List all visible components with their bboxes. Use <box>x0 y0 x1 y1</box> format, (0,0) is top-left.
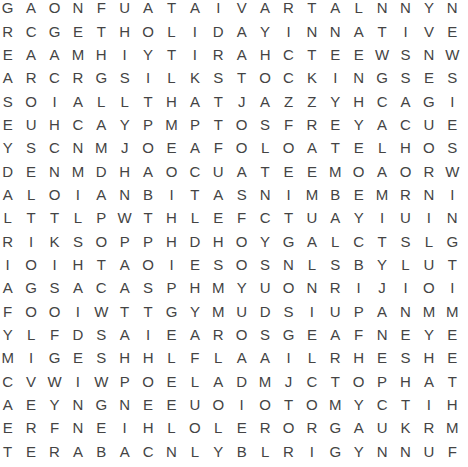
grid-cell-r14c12[interactable]: D <box>253 300 276 323</box>
grid-cell-r14c15[interactable]: U <box>324 300 347 323</box>
grid-cell-r7c4[interactable]: N <box>66 136 89 159</box>
grid-cell-r14c8[interactable]: G <box>160 300 183 323</box>
grid-cell-r2c3[interactable]: G <box>43 19 66 42</box>
grid-cell-r6c15[interactable]: E <box>324 113 347 136</box>
grid-cell-r14c2[interactable]: O <box>19 300 42 323</box>
grid-cell-r10c5[interactable]: P <box>90 206 113 229</box>
grid-cell-r9c16[interactable]: E <box>347 183 370 206</box>
grid-cell-r13c3[interactable]: S <box>43 276 66 299</box>
grid-cell-r1c7[interactable]: A <box>136 0 159 19</box>
grid-cell-r2c15[interactable]: N <box>324 19 347 42</box>
grid-cell-r9c8[interactable]: I <box>160 183 183 206</box>
grid-cell-r4c20[interactable]: S <box>441 66 464 89</box>
grid-cell-r1c6[interactable]: U <box>113 0 136 19</box>
grid-cell-r19c6[interactable]: I <box>113 416 136 439</box>
grid-cell-r7c16[interactable]: E <box>347 136 370 159</box>
grid-cell-r9c9[interactable]: T <box>183 183 206 206</box>
grid-cell-r7c19[interactable]: O <box>417 136 440 159</box>
grid-cell-r16c7[interactable]: H <box>136 346 159 369</box>
grid-cell-r5c14[interactable]: Z <box>300 89 323 112</box>
grid-cell-r5c16[interactable]: H <box>347 89 370 112</box>
grid-cell-r4c4[interactable]: R <box>66 66 89 89</box>
grid-cell-r19c19[interactable]: R <box>417 416 440 439</box>
grid-cell-r16c1[interactable]: M <box>0 346 19 369</box>
grid-cell-r19c9[interactable]: O <box>183 416 206 439</box>
grid-cell-r19c5[interactable]: E <box>90 416 113 439</box>
grid-cell-r15c11[interactable]: O <box>230 323 253 346</box>
grid-cell-r14c10[interactable]: M <box>207 300 230 323</box>
grid-cell-r13c6[interactable]: A <box>113 276 136 299</box>
grid-cell-r13c14[interactable]: N <box>300 276 323 299</box>
grid-cell-r4c1[interactable]: A <box>0 66 19 89</box>
grid-cell-r17c14[interactable]: C <box>300 370 323 393</box>
grid-cell-r1c15[interactable]: A <box>324 0 347 19</box>
grid-cell-r15c15[interactable]: A <box>324 323 347 346</box>
grid-cell-r20c14[interactable]: I <box>300 440 323 463</box>
grid-cell-r8c11[interactable]: A <box>230 159 253 182</box>
grid-cell-r12c6[interactable]: A <box>113 253 136 276</box>
grid-cell-r18c5[interactable]: G <box>90 393 113 416</box>
grid-cell-r3c1[interactable]: E <box>0 43 19 66</box>
grid-cell-r2c4[interactable]: E <box>66 19 89 42</box>
grid-cell-r18c18[interactable]: T <box>394 393 417 416</box>
grid-cell-r10c3[interactable]: T <box>43 206 66 229</box>
grid-cell-r13c1[interactable]: A <box>0 276 19 299</box>
grid-cell-r9c19[interactable]: N <box>417 183 440 206</box>
grid-cell-r7c7[interactable]: O <box>136 136 159 159</box>
grid-cell-r14c6[interactable]: T <box>113 300 136 323</box>
grid-cell-r3c5[interactable]: H <box>90 43 113 66</box>
grid-cell-r11c6[interactable]: P <box>113 230 136 253</box>
grid-cell-r12c17[interactable]: Y <box>370 253 393 276</box>
grid-cell-r12c13[interactable]: N <box>277 253 300 276</box>
grid-cell-r9c5[interactable]: A <box>90 183 113 206</box>
grid-cell-r9c2[interactable]: L <box>19 183 42 206</box>
grid-cell-r8c7[interactable]: A <box>136 159 159 182</box>
grid-cell-r3c4[interactable]: M <box>66 43 89 66</box>
grid-cell-r18c3[interactable]: Y <box>43 393 66 416</box>
grid-cell-r12c12[interactable]: S <box>253 253 276 276</box>
grid-cell-r17c4[interactable]: I <box>66 370 89 393</box>
grid-cell-r18c8[interactable]: E <box>160 393 183 416</box>
grid-cell-r10c13[interactable]: T <box>277 206 300 229</box>
grid-cell-r1c17[interactable]: N <box>370 0 393 19</box>
grid-cell-r5c11[interactable]: J <box>230 89 253 112</box>
grid-cell-r3c13[interactable]: C <box>277 43 300 66</box>
grid-cell-r3c7[interactable]: Y <box>136 43 159 66</box>
grid-cell-r14c11[interactable]: U <box>230 300 253 323</box>
grid-cell-r15c9[interactable]: A <box>183 323 206 346</box>
grid-cell-r4c17[interactable]: G <box>370 66 393 89</box>
grid-cell-r1c1[interactable]: G <box>0 0 19 19</box>
grid-cell-r20c11[interactable]: B <box>230 440 253 463</box>
grid-cell-r6c1[interactable]: E <box>0 113 19 136</box>
grid-cell-r15c10[interactable]: R <box>207 323 230 346</box>
grid-cell-r16c15[interactable]: R <box>324 346 347 369</box>
grid-cell-r18c17[interactable]: C <box>370 393 393 416</box>
grid-cell-r15c13[interactable]: G <box>277 323 300 346</box>
grid-cell-r9c17[interactable]: M <box>370 183 393 206</box>
grid-cell-r11c1[interactable]: R <box>0 230 19 253</box>
grid-cell-r10c18[interactable]: U <box>394 206 417 229</box>
grid-cell-r15c14[interactable]: E <box>300 323 323 346</box>
grid-cell-r1c10[interactable]: I <box>207 0 230 19</box>
grid-cell-r18c11[interactable]: I <box>230 393 253 416</box>
grid-cell-r5c19[interactable]: G <box>417 89 440 112</box>
grid-cell-r4c3[interactable]: C <box>43 66 66 89</box>
grid-cell-r1c3[interactable]: O <box>43 0 66 19</box>
grid-cell-r17c18[interactable]: H <box>394 370 417 393</box>
grid-cell-r7c15[interactable]: T <box>324 136 347 159</box>
grid-cell-r5c6[interactable]: L <box>113 89 136 112</box>
grid-cell-r14c13[interactable]: S <box>277 300 300 323</box>
grid-cell-r10c9[interactable]: L <box>183 206 206 229</box>
grid-cell-r19c1[interactable]: E <box>0 416 19 439</box>
grid-cell-r13c9[interactable]: H <box>183 276 206 299</box>
grid-cell-r6c8[interactable]: M <box>160 113 183 136</box>
grid-cell-r11c4[interactable]: S <box>66 230 89 253</box>
grid-cell-r10c11[interactable]: F <box>230 206 253 229</box>
grid-cell-r2c13[interactable]: I <box>277 19 300 42</box>
grid-cell-r18c16[interactable]: Y <box>347 393 370 416</box>
grid-cell-r17c12[interactable]: M <box>253 370 276 393</box>
grid-cell-r16c19[interactable]: H <box>417 346 440 369</box>
grid-cell-r13c15[interactable]: R <box>324 276 347 299</box>
grid-cell-r15c3[interactable]: F <box>43 323 66 346</box>
grid-cell-r15c20[interactable]: E <box>441 323 464 346</box>
grid-cell-r13c10[interactable]: M <box>207 276 230 299</box>
grid-cell-r14c4[interactable]: I <box>66 300 89 323</box>
grid-cell-r7c10[interactable]: F <box>207 136 230 159</box>
grid-cell-r5c1[interactable]: S <box>0 89 19 112</box>
grid-cell-r2c2[interactable]: C <box>19 19 42 42</box>
grid-cell-r1c14[interactable]: T <box>300 0 323 19</box>
grid-cell-r5c12[interactable]: A <box>253 89 276 112</box>
grid-cell-r13c16[interactable]: I <box>347 276 370 299</box>
grid-cell-r15c17[interactable]: N <box>370 323 393 346</box>
grid-cell-r20c16[interactable]: Y <box>347 440 370 463</box>
grid-cell-r20c3[interactable]: R <box>43 440 66 463</box>
grid-cell-r4c14[interactable]: K <box>300 66 323 89</box>
grid-cell-r2c1[interactable]: R <box>0 19 19 42</box>
grid-cell-r17c11[interactable]: D <box>230 370 253 393</box>
grid-cell-r19c16[interactable]: A <box>347 416 370 439</box>
grid-cell-r18c15[interactable]: M <box>324 393 347 416</box>
grid-cell-r10c6[interactable]: W <box>113 206 136 229</box>
grid-cell-r18c6[interactable]: N <box>113 393 136 416</box>
grid-cell-r16c18[interactable]: S <box>394 346 417 369</box>
grid-cell-r14c9[interactable]: Y <box>183 300 206 323</box>
grid-cell-r3c15[interactable]: E <box>324 43 347 66</box>
grid-cell-r6c10[interactable]: T <box>207 113 230 136</box>
grid-cell-r5c8[interactable]: H <box>160 89 183 112</box>
grid-cell-r6c9[interactable]: P <box>183 113 206 136</box>
grid-cell-r3c19[interactable]: N <box>417 43 440 66</box>
grid-cell-r12c1[interactable]: I <box>0 253 19 276</box>
grid-cell-r2c12[interactable]: Y <box>253 19 276 42</box>
grid-cell-r12c11[interactable]: O <box>230 253 253 276</box>
grid-cell-r17c16[interactable]: O <box>347 370 370 393</box>
grid-cell-r16c20[interactable]: E <box>441 346 464 369</box>
grid-cell-r20c5[interactable]: B <box>90 440 113 463</box>
grid-cell-r13c4[interactable]: A <box>66 276 89 299</box>
grid-cell-r12c2[interactable]: O <box>19 253 42 276</box>
grid-cell-r13c7[interactable]: S <box>136 276 159 299</box>
grid-cell-r11c13[interactable]: G <box>277 230 300 253</box>
grid-cell-r17c17[interactable]: P <box>370 370 393 393</box>
grid-cell-r19c14[interactable]: R <box>300 416 323 439</box>
grid-cell-r6c20[interactable]: E <box>441 113 464 136</box>
grid-cell-r4c7[interactable]: I <box>136 66 159 89</box>
grid-cell-r10c7[interactable]: T <box>136 206 159 229</box>
grid-cell-r9c12[interactable]: N <box>253 183 276 206</box>
grid-cell-r18c10[interactable]: O <box>207 393 230 416</box>
grid-cell-r13c17[interactable]: J <box>370 276 393 299</box>
grid-cell-r2c8[interactable]: L <box>160 19 183 42</box>
grid-cell-r20c15[interactable]: G <box>324 440 347 463</box>
grid-cell-r11c3[interactable]: K <box>43 230 66 253</box>
grid-cell-r5c5[interactable]: L <box>90 89 113 112</box>
grid-cell-r12c19[interactable]: U <box>417 253 440 276</box>
grid-cell-r20c18[interactable]: N <box>394 440 417 463</box>
grid-cell-r7c6[interactable]: J <box>113 136 136 159</box>
grid-cell-r13c18[interactable]: I <box>394 276 417 299</box>
grid-cell-r12c5[interactable]: T <box>90 253 113 276</box>
grid-cell-r18c4[interactable]: N <box>66 393 89 416</box>
grid-cell-r3c14[interactable]: T <box>300 43 323 66</box>
grid-cell-r1c11[interactable]: V <box>230 0 253 19</box>
grid-cell-r15c19[interactable]: Y <box>417 323 440 346</box>
grid-cell-r9c14[interactable]: M <box>300 183 323 206</box>
grid-cell-r15c2[interactable]: L <box>19 323 42 346</box>
grid-cell-r9c20[interactable]: I <box>441 183 464 206</box>
grid-cell-r2c20[interactable]: E <box>441 19 464 42</box>
grid-cell-r7c2[interactable]: S <box>19 136 42 159</box>
grid-cell-r3c18[interactable]: S <box>394 43 417 66</box>
grid-cell-r19c13[interactable]: O <box>277 416 300 439</box>
grid-cell-r6c11[interactable]: O <box>230 113 253 136</box>
grid-cell-r3c3[interactable]: A <box>43 43 66 66</box>
grid-cell-r2c7[interactable]: O <box>136 19 159 42</box>
grid-cell-r9c4[interactable]: I <box>66 183 89 206</box>
grid-cell-r9c7[interactable]: B <box>136 183 159 206</box>
grid-cell-r13c8[interactable]: P <box>160 276 183 299</box>
grid-cell-r7c3[interactable]: C <box>43 136 66 159</box>
grid-cell-r4c2[interactable]: R <box>19 66 42 89</box>
grid-cell-r3c8[interactable]: T <box>160 43 183 66</box>
grid-cell-r7c20[interactable]: S <box>441 136 464 159</box>
grid-cell-r7c17[interactable]: L <box>370 136 393 159</box>
grid-cell-r7c13[interactable]: O <box>277 136 300 159</box>
grid-cell-r7c18[interactable]: H <box>394 136 417 159</box>
grid-cell-r17c7[interactable]: O <box>136 370 159 393</box>
grid-cell-r19c2[interactable]: R <box>19 416 42 439</box>
grid-cell-r3c9[interactable]: I <box>183 43 206 66</box>
grid-cell-r16c9[interactable]: F <box>183 346 206 369</box>
grid-cell-r6c13[interactable]: F <box>277 113 300 136</box>
grid-cell-r18c1[interactable]: A <box>0 393 19 416</box>
grid-cell-r3c17[interactable]: W <box>370 43 393 66</box>
grid-cell-r7c12[interactable]: L <box>253 136 276 159</box>
grid-cell-r20c2[interactable]: E <box>19 440 42 463</box>
grid-cell-r8c20[interactable]: W <box>441 159 464 182</box>
grid-cell-r1c8[interactable]: T <box>160 0 183 19</box>
grid-cell-r13c2[interactable]: G <box>19 276 42 299</box>
grid-cell-r6c14[interactable]: R <box>300 113 323 136</box>
grid-cell-r10c15[interactable]: A <box>324 206 347 229</box>
grid-cell-r12c9[interactable]: E <box>183 253 206 276</box>
grid-cell-r20c20[interactable]: F <box>441 440 464 463</box>
grid-cell-r14c18[interactable]: N <box>394 300 417 323</box>
grid-cell-r4c10[interactable]: S <box>207 66 230 89</box>
grid-cell-r18c13[interactable]: T <box>277 393 300 416</box>
grid-cell-r11c14[interactable]: A <box>300 230 323 253</box>
grid-cell-r3c6[interactable]: I <box>113 43 136 66</box>
grid-cell-r1c16[interactable]: L <box>347 0 370 19</box>
grid-cell-r3c12[interactable]: H <box>253 43 276 66</box>
grid-cell-r16c10[interactable]: L <box>207 346 230 369</box>
grid-cell-r8c13[interactable]: E <box>277 159 300 182</box>
grid-cell-r16c6[interactable]: H <box>113 346 136 369</box>
grid-cell-r8c16[interactable]: O <box>347 159 370 182</box>
grid-cell-r4c8[interactable]: L <box>160 66 183 89</box>
grid-cell-r14c1[interactable]: F <box>0 300 19 323</box>
grid-cell-r18c14[interactable]: O <box>300 393 323 416</box>
grid-cell-r20c8[interactable]: N <box>160 440 183 463</box>
grid-cell-r10c17[interactable]: I <box>370 206 393 229</box>
grid-cell-r8c6[interactable]: H <box>113 159 136 182</box>
grid-cell-r6c4[interactable]: C <box>66 113 89 136</box>
grid-cell-r8c10[interactable]: U <box>207 159 230 182</box>
grid-cell-r19c11[interactable]: E <box>230 416 253 439</box>
grid-cell-r17c5[interactable]: W <box>90 370 113 393</box>
grid-cell-r6c7[interactable]: P <box>136 113 159 136</box>
grid-cell-r4c16[interactable]: N <box>347 66 370 89</box>
grid-cell-r17c10[interactable]: A <box>207 370 230 393</box>
grid-cell-r2c14[interactable]: N <box>300 19 323 42</box>
grid-cell-r16c16[interactable]: H <box>347 346 370 369</box>
grid-cell-r10c16[interactable]: Y <box>347 206 370 229</box>
grid-cell-r20c7[interactable]: C <box>136 440 159 463</box>
grid-cell-r5c15[interactable]: Y <box>324 89 347 112</box>
grid-cell-r20c19[interactable]: U <box>417 440 440 463</box>
grid-cell-r15c7[interactable]: I <box>136 323 159 346</box>
grid-cell-r19c20[interactable]: M <box>441 416 464 439</box>
grid-cell-r7c8[interactable]: E <box>160 136 183 159</box>
grid-cell-r19c12[interactable]: R <box>253 416 276 439</box>
grid-cell-r15c1[interactable]: Y <box>0 323 19 346</box>
grid-cell-r19c4[interactable]: N <box>66 416 89 439</box>
grid-cell-r17c3[interactable]: W <box>43 370 66 393</box>
grid-cell-r10c1[interactable]: L <box>0 206 19 229</box>
grid-cell-r14c20[interactable]: M <box>441 300 464 323</box>
grid-cell-r6c18[interactable]: C <box>394 113 417 136</box>
grid-cell-r11c16[interactable]: C <box>347 230 370 253</box>
grid-cell-r7c11[interactable]: O <box>230 136 253 159</box>
grid-cell-r4c19[interactable]: E <box>417 66 440 89</box>
grid-cell-r14c5[interactable]: W <box>90 300 113 323</box>
grid-cell-r15c5[interactable]: S <box>90 323 113 346</box>
grid-cell-r16c17[interactable]: E <box>370 346 393 369</box>
grid-cell-r19c7[interactable]: H <box>136 416 159 439</box>
grid-cell-r11c15[interactable]: L <box>324 230 347 253</box>
grid-cell-r2c6[interactable]: H <box>113 19 136 42</box>
grid-cell-r6c5[interactable]: A <box>90 113 113 136</box>
grid-cell-r18c9[interactable]: U <box>183 393 206 416</box>
grid-cell-r14c3[interactable]: O <box>43 300 66 323</box>
grid-cell-r3c2[interactable]: A <box>19 43 42 66</box>
grid-cell-r17c19[interactable]: A <box>417 370 440 393</box>
grid-cell-r12c4[interactable]: H <box>66 253 89 276</box>
grid-cell-r16c5[interactable]: S <box>90 346 113 369</box>
grid-cell-r2c9[interactable]: I <box>183 19 206 42</box>
grid-cell-r12c16[interactable]: B <box>347 253 370 276</box>
grid-cell-r7c5[interactable]: M <box>90 136 113 159</box>
grid-cell-r6c6[interactable]: Y <box>113 113 136 136</box>
grid-cell-r7c9[interactable]: A <box>183 136 206 159</box>
grid-cell-r13c19[interactable]: O <box>417 276 440 299</box>
grid-cell-r8c5[interactable]: D <box>90 159 113 182</box>
grid-cell-r10c12[interactable]: C <box>253 206 276 229</box>
grid-cell-r1c20[interactable]: N <box>441 0 464 19</box>
grid-cell-r18c12[interactable]: O <box>253 393 276 416</box>
grid-cell-r8c9[interactable]: C <box>183 159 206 182</box>
grid-cell-r5c4[interactable]: A <box>66 89 89 112</box>
grid-cell-r14c16[interactable]: P <box>347 300 370 323</box>
grid-cell-r11c18[interactable]: S <box>394 230 417 253</box>
grid-cell-r5c17[interactable]: C <box>370 89 393 112</box>
grid-cell-r9c6[interactable]: N <box>113 183 136 206</box>
grid-cell-r18c20[interactable]: H <box>441 393 464 416</box>
grid-cell-r9c15[interactable]: B <box>324 183 347 206</box>
grid-cell-r12c14[interactable]: L <box>300 253 323 276</box>
grid-cell-r9c3[interactable]: O <box>43 183 66 206</box>
grid-cell-r7c14[interactable]: A <box>300 136 323 159</box>
grid-cell-r1c9[interactable]: A <box>183 0 206 19</box>
grid-cell-r17c8[interactable]: E <box>160 370 183 393</box>
grid-cell-r17c9[interactable]: L <box>183 370 206 393</box>
grid-cell-r17c6[interactable]: P <box>113 370 136 393</box>
grid-cell-r17c20[interactable]: T <box>441 370 464 393</box>
grid-cell-r3c10[interactable]: R <box>207 43 230 66</box>
grid-cell-r6c16[interactable]: Y <box>347 113 370 136</box>
grid-cell-r2c16[interactable]: A <box>347 19 370 42</box>
grid-cell-r11c19[interactable]: L <box>417 230 440 253</box>
grid-cell-r10c8[interactable]: H <box>160 206 183 229</box>
grid-cell-r6c2[interactable]: U <box>19 113 42 136</box>
grid-cell-r5c18[interactable]: A <box>394 89 417 112</box>
grid-cell-r19c8[interactable]: L <box>160 416 183 439</box>
grid-cell-r1c12[interactable]: A <box>253 0 276 19</box>
grid-cell-r5c13[interactable]: Z <box>277 89 300 112</box>
grid-cell-r18c7[interactable]: E <box>136 393 159 416</box>
grid-cell-r1c18[interactable]: N <box>394 0 417 19</box>
grid-cell-r16c8[interactable]: L <box>160 346 183 369</box>
grid-cell-r18c2[interactable]: E <box>19 393 42 416</box>
grid-cell-r14c19[interactable]: M <box>417 300 440 323</box>
grid-cell-r10c20[interactable]: N <box>441 206 464 229</box>
grid-cell-r5c9[interactable]: A <box>183 89 206 112</box>
grid-cell-r4c6[interactable]: S <box>113 66 136 89</box>
grid-cell-r17c13[interactable]: J <box>277 370 300 393</box>
grid-cell-r2c17[interactable]: T <box>370 19 393 42</box>
grid-cell-r20c12[interactable]: L <box>253 440 276 463</box>
grid-cell-r20c10[interactable]: Y <box>207 440 230 463</box>
grid-cell-r18c19[interactable]: I <box>417 393 440 416</box>
grid-cell-r15c4[interactable]: D <box>66 323 89 346</box>
grid-cell-r8c12[interactable]: T <box>253 159 276 182</box>
grid-cell-r1c19[interactable]: Y <box>417 0 440 19</box>
